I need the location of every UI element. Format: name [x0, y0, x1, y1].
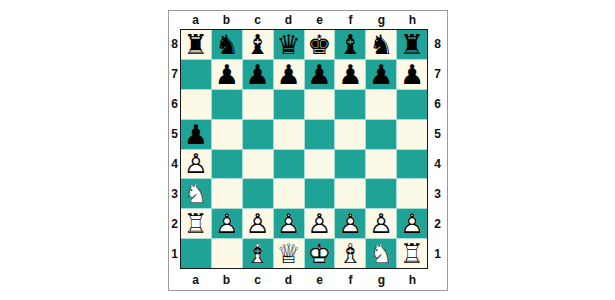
- square-d6[interactable]: [274, 90, 304, 119]
- square-e2[interactable]: ♟♙: [305, 209, 335, 238]
- black-queen-d8[interactable]: ♛: [274, 30, 304, 59]
- square-c8[interactable]: ♝: [243, 30, 273, 59]
- rank-label-8: 8: [428, 29, 447, 59]
- black-pawn-b7[interactable]: ♟: [212, 60, 242, 89]
- square-g1[interactable]: ♞♘: [366, 239, 396, 268]
- black-pawn-f7[interactable]: ♟: [335, 60, 365, 89]
- rank-label-1: 1: [169, 239, 180, 269]
- square-a5[interactable]: ♟: [181, 120, 211, 149]
- square-a8[interactable]: ♜: [181, 30, 211, 59]
- square-g3[interactable]: [366, 179, 396, 208]
- black-rook-a8[interactable]: ♜: [181, 30, 211, 59]
- black-bishop-f8[interactable]: ♝: [335, 30, 365, 59]
- rank-label-2: 2: [428, 209, 447, 239]
- white-knight-g1[interactable]: ♞♘: [366, 239, 396, 268]
- white-pawn-h2[interactable]: ♟♙: [397, 209, 427, 238]
- square-f4[interactable]: [335, 150, 365, 179]
- square-g4[interactable]: [366, 150, 396, 179]
- black-pawn-e7[interactable]: ♟: [305, 60, 335, 89]
- rank-label-5: 5: [428, 119, 447, 149]
- square-a7[interactable]: [181, 60, 211, 89]
- rank-labels-right: 87654321: [428, 29, 447, 269]
- square-b3[interactable]: [212, 179, 242, 208]
- white-knight-a3[interactable]: ♞♘: [181, 179, 211, 208]
- square-a2[interactable]: ♜♖: [181, 209, 211, 238]
- square-b8[interactable]: ♞: [212, 30, 242, 59]
- rank-label-7: 7: [169, 59, 180, 89]
- chess-board: ♜♞♝♛♚♝♞♜♟♟♟♟♟♟♟♟♟♙♞♘♜♖♟♙♟♙♟♙♟♙♟♙♟♙♟♙♝♗♛♕…: [180, 29, 428, 269]
- file-label-a: a: [180, 11, 211, 29]
- square-c7[interactable]: ♟: [243, 60, 273, 89]
- square-f2[interactable]: ♟♙: [335, 209, 365, 238]
- square-b7[interactable]: ♟: [212, 60, 242, 89]
- square-h1[interactable]: ♜♖: [397, 239, 427, 268]
- square-h5[interactable]: [397, 120, 427, 149]
- file-label-d: d: [273, 11, 304, 29]
- square-h7[interactable]: ♟: [397, 60, 427, 89]
- square-f6[interactable]: [335, 90, 365, 119]
- file-label-g: g: [366, 269, 397, 290]
- square-f8[interactable]: ♝: [335, 30, 365, 59]
- square-d3[interactable]: [274, 179, 304, 208]
- file-label-c: c: [242, 269, 273, 290]
- square-d4[interactable]: [274, 150, 304, 179]
- square-f3[interactable]: [335, 179, 365, 208]
- white-queen-d1[interactable]: ♛♕: [274, 239, 304, 268]
- square-c3[interactable]: [243, 179, 273, 208]
- black-rook-h8[interactable]: ♜: [397, 30, 427, 59]
- square-h4[interactable]: [397, 150, 427, 179]
- rank-label-1: 1: [428, 239, 447, 269]
- chess-diagram: abcdefgh 87654321 ♜♞♝♛♚♝♞♜♟♟♟♟♟♟♟♟♟♙♞♘♜♖…: [168, 10, 448, 291]
- black-pawn-d7[interactable]: ♟: [274, 60, 304, 89]
- file-label-e: e: [304, 11, 335, 29]
- square-e3[interactable]: [305, 179, 335, 208]
- square-e1[interactable]: ♚♔: [305, 239, 335, 268]
- file-label-f: f: [335, 11, 366, 29]
- rank-label-7: 7: [428, 59, 447, 89]
- square-e5[interactable]: [305, 120, 335, 149]
- black-pawn-h7[interactable]: ♟: [397, 60, 427, 89]
- square-d7[interactable]: ♟: [274, 60, 304, 89]
- square-e4[interactable]: [305, 150, 335, 179]
- square-f7[interactable]: ♟: [335, 60, 365, 89]
- white-bishop-c1[interactable]: ♝♗: [243, 239, 273, 268]
- file-labels-top: abcdefgh: [180, 11, 428, 29]
- file-label-d: d: [273, 269, 304, 290]
- file-label-a: a: [180, 269, 211, 290]
- square-d1[interactable]: ♛♕: [274, 239, 304, 268]
- white-pawn-f2[interactable]: ♟♙: [335, 209, 365, 238]
- rank-label-5: 5: [169, 119, 180, 149]
- square-b2[interactable]: ♟♙: [212, 209, 242, 238]
- white-rook-h1[interactable]: ♜♖: [397, 239, 427, 268]
- square-a3[interactable]: ♞♘: [181, 179, 211, 208]
- square-b4[interactable]: [212, 150, 242, 179]
- square-e6[interactable]: [305, 90, 335, 119]
- square-a1[interactable]: [181, 239, 211, 268]
- square-d2[interactable]: ♟♙: [274, 209, 304, 238]
- square-d5[interactable]: [274, 120, 304, 149]
- white-pawn-g2[interactable]: ♟♙: [366, 209, 396, 238]
- square-c4[interactable]: [243, 150, 273, 179]
- square-h8[interactable]: ♜: [397, 30, 427, 59]
- black-bishop-c8[interactable]: ♝: [243, 30, 273, 59]
- file-label-h: h: [397, 11, 428, 29]
- rank-label-3: 3: [169, 179, 180, 209]
- square-g5[interactable]: [366, 120, 396, 149]
- white-pawn-b2[interactable]: ♟♙: [212, 209, 242, 238]
- rank-label-3: 3: [428, 179, 447, 209]
- square-h3[interactable]: [397, 179, 427, 208]
- square-h2[interactable]: ♟♙: [397, 209, 427, 238]
- square-c1[interactable]: ♝♗: [243, 239, 273, 268]
- square-h6[interactable]: [397, 90, 427, 119]
- rank-label-6: 6: [169, 89, 180, 119]
- black-pawn-g7[interactable]: ♟: [366, 60, 396, 89]
- square-c6[interactable]: [243, 90, 273, 119]
- square-b6[interactable]: [212, 90, 242, 119]
- file-label-g: g: [366, 11, 397, 29]
- square-f5[interactable]: [335, 120, 365, 149]
- white-pawn-c2[interactable]: ♟♙: [243, 209, 273, 238]
- square-c5[interactable]: [243, 120, 273, 149]
- black-knight-b8[interactable]: ♞: [212, 30, 242, 59]
- square-b5[interactable]: [212, 120, 242, 149]
- file-label-h: h: [397, 269, 428, 290]
- square-g6[interactable]: [366, 90, 396, 119]
- white-bishop-f1[interactable]: ♝♗: [335, 239, 365, 268]
- white-pawn-d2[interactable]: ♟♙: [274, 209, 304, 238]
- black-king-e8[interactable]: ♚: [305, 30, 335, 59]
- file-label-c: c: [242, 11, 273, 29]
- white-pawn-e2[interactable]: ♟♙: [305, 209, 335, 238]
- square-e8[interactable]: ♚: [305, 30, 335, 59]
- rank-label-4: 4: [428, 149, 447, 179]
- square-f1[interactable]: ♝♗: [335, 239, 365, 268]
- square-g7[interactable]: ♟: [366, 60, 396, 89]
- file-label-e: e: [304, 269, 335, 290]
- square-a4[interactable]: ♟♙: [181, 150, 211, 179]
- file-labels-bottom: abcdefgh: [180, 269, 428, 290]
- white-king-e1[interactable]: ♚♔: [305, 239, 335, 268]
- square-d8[interactable]: ♛: [274, 30, 304, 59]
- square-a6[interactable]: [181, 90, 211, 119]
- black-knight-g8[interactable]: ♞: [366, 30, 396, 59]
- file-label-b: b: [211, 11, 242, 29]
- black-pawn-a5[interactable]: ♟: [181, 120, 211, 149]
- black-pawn-c7[interactable]: ♟: [243, 60, 273, 89]
- white-pawn-a4[interactable]: ♟♙: [181, 150, 211, 179]
- square-b1[interactable]: [212, 239, 242, 268]
- square-g8[interactable]: ♞: [366, 30, 396, 59]
- square-e7[interactable]: ♟: [305, 60, 335, 89]
- file-label-b: b: [211, 269, 242, 290]
- square-c2[interactable]: ♟♙: [243, 209, 273, 238]
- rank-label-4: 4: [169, 149, 180, 179]
- rank-label-8: 8: [169, 29, 180, 59]
- white-rook-a2[interactable]: ♜♖: [181, 209, 211, 238]
- file-label-f: f: [335, 269, 366, 290]
- rank-label-6: 6: [428, 89, 447, 119]
- rank-labels-left: 87654321: [169, 29, 180, 269]
- rank-label-2: 2: [169, 209, 180, 239]
- square-g2[interactable]: ♟♙: [366, 209, 396, 238]
